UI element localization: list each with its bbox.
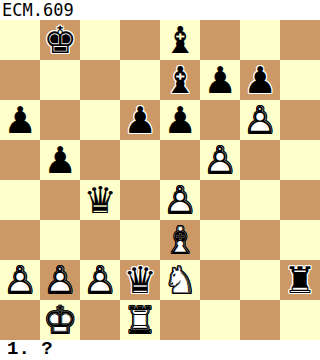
square-b1[interactable]: ♚ [40,300,80,340]
square-f4[interactable] [200,180,240,220]
square-h6[interactable] [280,100,320,140]
square-e7[interactable]: ♝ [160,60,200,100]
square-a3[interactable] [0,220,40,260]
square-d2[interactable]: ♛ [120,260,160,300]
square-a6[interactable]: ♟ [0,100,40,140]
square-a2[interactable]: ♟ [0,260,40,300]
black-pawn[interactable]: ♟ [123,102,156,139]
square-h1[interactable] [280,300,320,340]
square-g7[interactable]: ♟ [240,60,280,100]
black-pawn[interactable]: ♟ [43,142,76,179]
square-d3[interactable] [120,220,160,260]
black-king[interactable]: ♚ [43,22,76,59]
square-e1[interactable] [160,300,200,340]
square-e3[interactable]: ♝ [160,220,200,260]
square-d7[interactable] [120,60,160,100]
black-pawn[interactable]: ♟ [3,102,36,139]
square-g5[interactable] [240,140,280,180]
square-h3[interactable] [280,220,320,260]
square-f3[interactable] [200,220,240,260]
square-b3[interactable] [40,220,80,260]
square-f8[interactable] [200,20,240,60]
square-b2[interactable]: ♟ [40,260,80,300]
white-king[interactable]: ♚ [43,302,76,339]
square-a1[interactable] [0,300,40,340]
white-pawn[interactable]: ♟ [203,142,236,179]
square-c1[interactable] [80,300,120,340]
square-d8[interactable] [120,20,160,60]
square-c7[interactable] [80,60,120,100]
square-d1[interactable]: ♜ [120,300,160,340]
square-h7[interactable] [280,60,320,100]
square-h2[interactable]: ♜ [280,260,320,300]
square-f6[interactable] [200,100,240,140]
chess-board: ♚♝♝♟♟♟♟♟♟♟♟♛♟♝♟♟♟♛♞♜♚♜ [0,20,320,340]
square-h8[interactable] [280,20,320,60]
square-a8[interactable] [0,20,40,60]
white-pawn[interactable]: ♟ [163,182,196,219]
square-g3[interactable] [240,220,280,260]
square-e2[interactable]: ♞ [160,260,200,300]
black-pawn[interactable]: ♟ [163,102,196,139]
square-b7[interactable] [40,60,80,100]
square-f2[interactable] [200,260,240,300]
square-c8[interactable] [80,20,120,60]
black-bishop[interactable]: ♝ [163,22,196,59]
white-pawn[interactable]: ♟ [43,262,76,299]
square-f7[interactable]: ♟ [200,60,240,100]
white-bishop[interactable]: ♝ [163,222,196,259]
white-rook[interactable]: ♜ [123,302,156,339]
square-c3[interactable] [80,220,120,260]
square-f5[interactable]: ♟ [200,140,240,180]
square-e5[interactable] [160,140,200,180]
square-g8[interactable] [240,20,280,60]
square-g1[interactable] [240,300,280,340]
square-d6[interactable]: ♟ [120,100,160,140]
square-g4[interactable] [240,180,280,220]
square-g6[interactable]: ♟ [240,100,280,140]
square-b6[interactable] [40,100,80,140]
white-pawn[interactable]: ♟ [3,262,36,299]
black-pawn[interactable]: ♟ [203,62,236,99]
square-f1[interactable] [200,300,240,340]
square-c5[interactable] [80,140,120,180]
white-pawn[interactable]: ♟ [83,262,116,299]
square-a5[interactable] [0,140,40,180]
chess-puzzle-window: ECM.609 ♚♝♝♟♟♟♟♟♟♟♟♛♟♝♟♟♟♛♞♜♚♜ 1. ? [0,0,320,360]
black-pawn[interactable]: ♟ [243,62,276,99]
square-a7[interactable] [0,60,40,100]
square-a4[interactable] [0,180,40,220]
square-h4[interactable] [280,180,320,220]
square-c2[interactable]: ♟ [80,260,120,300]
black-bishop[interactable]: ♝ [163,62,196,99]
square-b4[interactable] [40,180,80,220]
square-b5[interactable]: ♟ [40,140,80,180]
square-b8[interactable]: ♚ [40,20,80,60]
square-e8[interactable]: ♝ [160,20,200,60]
puzzle-id-title: ECM.609 [0,0,320,20]
square-g2[interactable] [240,260,280,300]
square-c4[interactable]: ♛ [80,180,120,220]
square-d5[interactable] [120,140,160,180]
square-h5[interactable] [280,140,320,180]
white-knight[interactable]: ♞ [163,262,196,299]
black-rook[interactable]: ♜ [283,262,316,299]
black-queen[interactable]: ♛ [123,262,156,299]
white-pawn[interactable]: ♟ [243,102,276,139]
move-number-prompt: 1. ? [0,340,320,360]
black-queen[interactable]: ♛ [83,182,116,219]
square-d4[interactable] [120,180,160,220]
square-e6[interactable]: ♟ [160,100,200,140]
square-e4[interactable]: ♟ [160,180,200,220]
square-c6[interactable] [80,100,120,140]
